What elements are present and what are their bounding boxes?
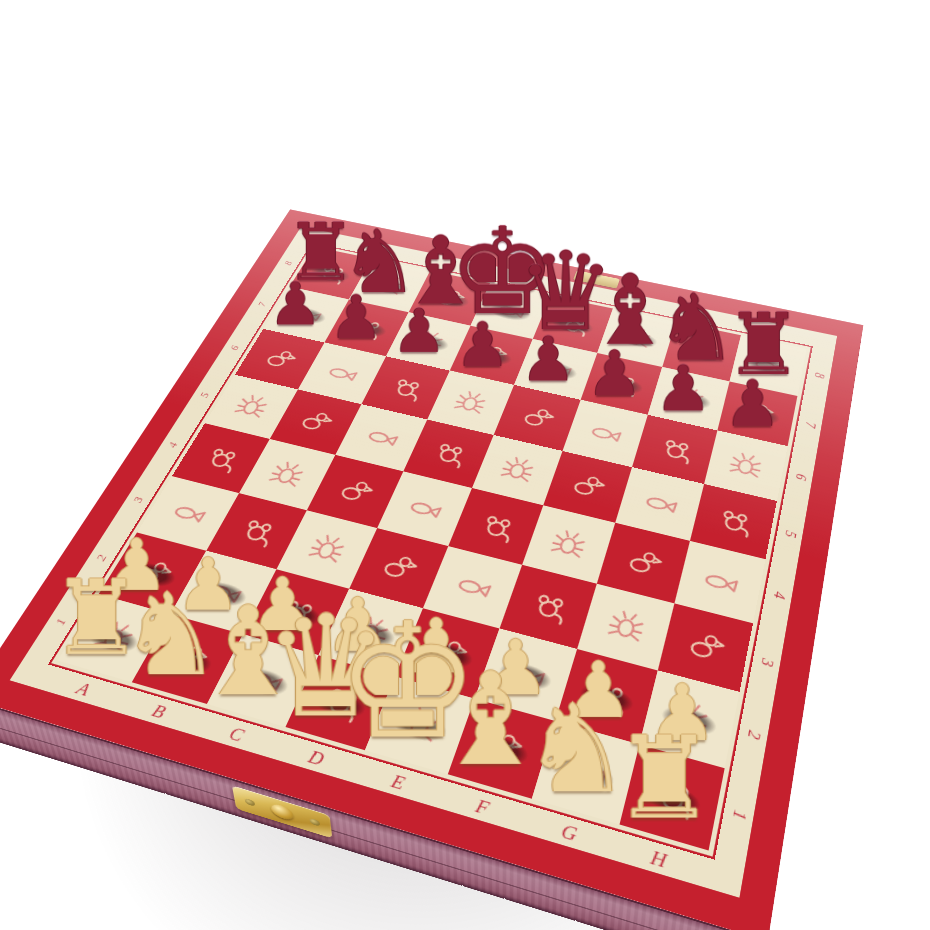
animal-doodle-icon [354, 417, 409, 457]
animal-doodle-icon [693, 557, 748, 606]
animal-doodle-icon [327, 469, 384, 513]
animal-doodle-icon [512, 398, 564, 437]
animal-doodle-icon [707, 498, 759, 543]
piece-red-pawn[interactable]: ♟ [520, 331, 575, 389]
square-g4[interactable] [597, 523, 690, 603]
square-h1[interactable]: ♜ [619, 744, 725, 851]
animal-doodle-icon [259, 453, 317, 496]
animal-doodle-icon [445, 383, 497, 421]
piece-red-pawn[interactable]: ♟ [455, 317, 510, 375]
animal-doodle-icon [316, 354, 369, 391]
animal-doodle-icon [490, 448, 544, 490]
latch-screw-right [309, 817, 320, 826]
folding-chess-box: ♜♞♝♚♛♝♞♜♟♟♟♟♟♟♟♟♟♟♟♟♟♟♟♟♜♞♝♛♚♝♞♜ ABCDEFG… [0, 210, 863, 930]
animal-doodle-icon [721, 444, 771, 486]
latch-button[interactable] [270, 802, 294, 822]
animal-doodle-icon [597, 600, 655, 652]
studio-scene: ♜♞♝♚♛♝♞♜♟♟♟♟♟♟♟♟♟♟♟♟♟♟♟♟♜♞♝♛♚♝♞♜ ABCDEFG… [0, 0, 930, 930]
piece-white-rook[interactable]: ♜ [613, 724, 715, 832]
animal-doodle-icon [561, 464, 614, 507]
animal-doodle-icon [541, 520, 597, 567]
animal-doodle-icon [580, 413, 631, 453]
animal-doodle-icon [380, 368, 433, 406]
piece-red-pawn[interactable]: ♟ [392, 304, 446, 361]
animal-doodle-icon [422, 432, 476, 473]
piece-red-pawn[interactable]: ♟ [655, 360, 711, 420]
board-grid: ♜♞♝♚♛♝♞♜♟♟♟♟♟♟♟♟♟♟♟♟♟♟♟♟♜♞♝♛♚♝♞♜ [57, 247, 806, 851]
piece-red-pawn[interactable]: ♟ [330, 290, 383, 347]
piece-red-pawn[interactable]: ♟ [587, 346, 643, 405]
animal-doodle-icon [468, 503, 524, 549]
piece-red-pawn[interactable]: ♟ [724, 375, 781, 435]
animal-doodle-icon [677, 620, 734, 673]
latch-screw-left [244, 798, 255, 807]
